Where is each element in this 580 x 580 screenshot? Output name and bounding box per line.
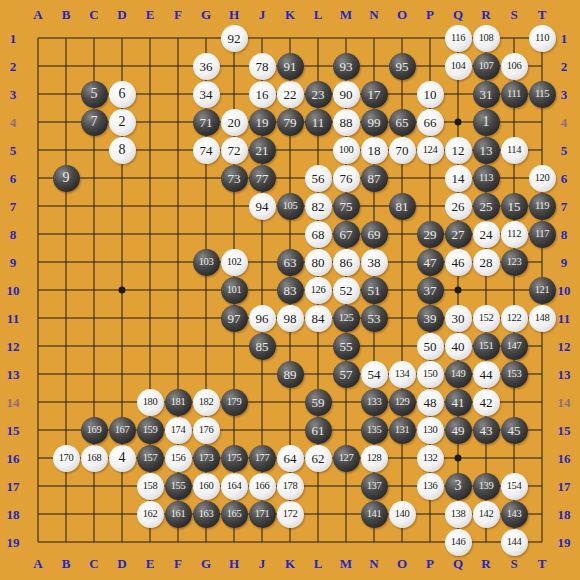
row-label-right: 1: [561, 32, 568, 45]
white-stone: 56: [305, 165, 332, 192]
white-stone: 90: [333, 81, 360, 108]
white-stone: 18: [361, 137, 388, 164]
column-label-bottom: R: [481, 557, 490, 570]
white-stone: 64: [277, 445, 304, 472]
black-stone: 125: [333, 305, 360, 332]
column-label-bottom: H: [229, 557, 239, 570]
white-stone: 12: [445, 137, 472, 164]
white-stone: 38: [361, 249, 388, 276]
row-label-right: 5: [561, 144, 568, 157]
black-stone: 179: [221, 389, 248, 416]
black-stone: 41: [445, 389, 472, 416]
column-label-top: E: [146, 8, 155, 21]
white-stone: 150: [417, 361, 444, 388]
column-label-bottom: P: [426, 557, 434, 570]
black-stone: 103: [193, 249, 220, 276]
black-stone: 15: [501, 193, 528, 220]
white-stone: 182: [193, 389, 220, 416]
black-stone: 77: [249, 165, 276, 192]
column-label-bottom: F: [174, 557, 182, 570]
black-stone: 51: [361, 277, 388, 304]
black-stone: 39: [417, 305, 444, 332]
white-stone: 114: [501, 137, 528, 164]
star-point: [455, 287, 462, 294]
black-stone: 165: [221, 501, 248, 528]
row-label-right: 6: [561, 172, 568, 185]
white-stone: 152: [473, 305, 500, 332]
white-stone: 46: [445, 249, 472, 276]
column-label-bottom: T: [538, 557, 547, 570]
column-label-top: F: [174, 8, 182, 21]
row-label-right: 2: [561, 60, 568, 73]
white-stone: 140: [389, 501, 416, 528]
column-label-bottom: K: [285, 557, 295, 570]
row-label-left: 10: [7, 284, 20, 297]
black-stone: 181: [165, 389, 192, 416]
go-board[interactable]: AABBCCDDEEFFGGHHJJKKLLMMNNOOPPQQRRSSTT11…: [0, 0, 580, 580]
white-stone: 54: [361, 361, 388, 388]
white-stone: 134: [389, 361, 416, 388]
white-stone: 74: [193, 137, 220, 164]
white-stone: 166: [249, 473, 276, 500]
white-stone: 86: [333, 249, 360, 276]
row-label-left: 6: [10, 172, 17, 185]
white-stone: 42: [473, 389, 500, 416]
white-stone: 176: [193, 417, 220, 444]
white-stone: 120: [529, 165, 556, 192]
black-stone: 161: [165, 501, 192, 528]
black-stone: 129: [389, 389, 416, 416]
black-stone: 79: [277, 109, 304, 136]
row-label-right: 17: [558, 480, 571, 493]
row-label-left: 8: [10, 228, 17, 241]
white-stone: 112: [501, 221, 528, 248]
black-stone: 45: [501, 417, 528, 444]
white-stone: 66: [417, 109, 444, 136]
column-label-bottom: B: [62, 557, 71, 570]
black-stone: 69: [361, 221, 388, 248]
row-label-left: 18: [7, 508, 20, 521]
column-label-bottom: E: [146, 557, 155, 570]
white-stone: 116: [445, 25, 472, 52]
black-stone: 157: [137, 445, 164, 472]
white-stone: 82: [305, 193, 332, 220]
column-label-bottom: D: [117, 557, 126, 570]
row-label-left: 4: [10, 116, 17, 129]
black-stone: 81: [389, 193, 416, 220]
black-stone: 87: [361, 165, 388, 192]
row-label-left: 16: [7, 452, 20, 465]
column-label-top: K: [285, 8, 295, 21]
row-label-left: 12: [7, 340, 20, 353]
white-stone: 24: [473, 221, 500, 248]
column-label-top: H: [229, 8, 239, 21]
column-label-bottom: N: [369, 557, 378, 570]
black-stone: 175: [221, 445, 248, 472]
column-label-bottom: O: [397, 557, 407, 570]
black-stone: 151: [473, 333, 500, 360]
white-stone: 68: [305, 221, 332, 248]
row-label-left: 11: [7, 312, 19, 325]
white-stone: 102: [221, 249, 248, 276]
black-stone: 119: [529, 193, 556, 220]
column-label-top: N: [369, 8, 378, 21]
black-stone: 59: [305, 389, 332, 416]
black-stone: 25: [473, 193, 500, 220]
black-stone: 1: [473, 109, 500, 136]
black-stone: 37: [417, 277, 444, 304]
white-stone: 128: [361, 445, 388, 472]
star-point: [455, 455, 462, 462]
column-label-top: A: [33, 8, 42, 21]
black-stone: 57: [333, 361, 360, 388]
white-stone: 108: [473, 25, 500, 52]
black-stone: 11: [305, 109, 332, 136]
white-stone: 124: [417, 137, 444, 164]
black-stone: 29: [417, 221, 444, 248]
white-stone: 72: [221, 137, 248, 164]
row-label-left: 14: [7, 396, 20, 409]
black-stone: 135: [361, 417, 388, 444]
row-label-right: 18: [558, 508, 571, 521]
column-label-top: R: [481, 8, 490, 21]
black-stone: 111: [501, 81, 528, 108]
white-stone: 162: [137, 501, 164, 528]
row-label-right: 10: [558, 284, 571, 297]
white-stone: 92: [221, 25, 248, 52]
white-stone: 136: [417, 473, 444, 500]
star-point: [119, 287, 126, 294]
white-stone: 130: [417, 417, 444, 444]
white-stone: 164: [221, 473, 248, 500]
black-stone: 167: [109, 417, 136, 444]
row-label-left: 2: [10, 60, 17, 73]
white-stone: 96: [249, 305, 276, 332]
white-stone: 122: [501, 305, 528, 332]
black-stone: 19: [249, 109, 276, 136]
white-stone: 154: [501, 473, 528, 500]
column-label-top: B: [62, 8, 71, 21]
white-stone: 6: [109, 81, 136, 108]
black-stone: 47: [417, 249, 444, 276]
row-label-right: 8: [561, 228, 568, 241]
black-stone: 31: [473, 81, 500, 108]
black-stone: 159: [137, 417, 164, 444]
black-stone: 139: [473, 473, 500, 500]
white-stone: 8: [109, 137, 136, 164]
black-stone: 99: [361, 109, 388, 136]
row-label-right: 14: [558, 396, 571, 409]
row-label-right: 12: [558, 340, 571, 353]
white-stone: 138: [445, 501, 472, 528]
black-stone: 13: [473, 137, 500, 164]
black-stone: 63: [277, 249, 304, 276]
white-stone: 156: [165, 445, 192, 472]
white-stone: 148: [529, 305, 556, 332]
column-label-top: J: [259, 8, 266, 21]
white-stone: 126: [305, 277, 332, 304]
white-stone: 78: [249, 53, 276, 80]
black-stone: 43: [473, 417, 500, 444]
black-stone: 163: [193, 501, 220, 528]
black-stone: 121: [529, 277, 556, 304]
black-stone: 143: [501, 501, 528, 528]
row-label-right: 15: [558, 424, 571, 437]
row-label-right: 4: [561, 116, 568, 129]
white-stone: 40: [445, 333, 472, 360]
row-label-right: 7: [561, 200, 568, 213]
black-stone: 71: [193, 109, 220, 136]
row-label-right: 16: [558, 452, 571, 465]
white-stone: 26: [445, 193, 472, 220]
white-stone: 100: [333, 137, 360, 164]
black-stone: 89: [277, 361, 304, 388]
white-stone: 36: [193, 53, 220, 80]
black-stone: 123: [501, 249, 528, 276]
white-stone: 16: [249, 81, 276, 108]
black-stone: 7: [81, 109, 108, 136]
white-stone: 30: [445, 305, 472, 332]
row-label-left: 1: [10, 32, 17, 45]
black-stone: 3: [445, 473, 472, 500]
white-stone: 168: [81, 445, 108, 472]
column-label-bottom: Q: [453, 557, 463, 570]
white-stone: 94: [249, 193, 276, 220]
row-label-right: 13: [558, 368, 571, 381]
white-stone: 104: [445, 53, 472, 80]
black-stone: 117: [529, 221, 556, 248]
white-stone: 48: [417, 389, 444, 416]
row-label-right: 3: [561, 88, 568, 101]
white-stone: 44: [473, 361, 500, 388]
black-stone: 9: [53, 165, 80, 192]
white-stone: 84: [305, 305, 332, 332]
white-stone: 20: [221, 109, 248, 136]
white-stone: 34: [193, 81, 220, 108]
white-stone: 98: [277, 305, 304, 332]
black-stone: 149: [445, 361, 472, 388]
white-stone: 70: [389, 137, 416, 164]
black-stone: 97: [221, 305, 248, 332]
column-label-bottom: J: [259, 557, 266, 570]
black-stone: 155: [165, 473, 192, 500]
star-point: [455, 119, 462, 126]
black-stone: 171: [249, 501, 276, 528]
column-label-top: T: [538, 8, 547, 21]
white-stone: 178: [277, 473, 304, 500]
column-label-bottom: S: [510, 557, 517, 570]
white-stone: 144: [501, 529, 528, 556]
column-label-top: Q: [453, 8, 463, 21]
row-label-right: 9: [561, 256, 568, 269]
black-stone: 5: [81, 81, 108, 108]
column-label-top: M: [340, 8, 352, 21]
black-stone: 127: [333, 445, 360, 472]
white-stone: 172: [277, 501, 304, 528]
black-stone: 93: [333, 53, 360, 80]
column-label-bottom: A: [33, 557, 42, 570]
white-stone: 76: [333, 165, 360, 192]
black-stone: 115: [529, 81, 556, 108]
white-stone: 158: [137, 473, 164, 500]
row-label-left: 13: [7, 368, 20, 381]
black-stone: 177: [249, 445, 276, 472]
column-label-top: L: [314, 8, 323, 21]
white-stone: 28: [473, 249, 500, 276]
row-label-left: 7: [10, 200, 17, 213]
column-label-top: D: [117, 8, 126, 21]
white-stone: 50: [417, 333, 444, 360]
row-label-left: 9: [10, 256, 17, 269]
column-label-top: P: [426, 8, 434, 21]
black-stone: 49: [445, 417, 472, 444]
black-stone: 17: [361, 81, 388, 108]
black-stone: 131: [389, 417, 416, 444]
white-stone: 10: [417, 81, 444, 108]
black-stone: 53: [361, 305, 388, 332]
column-label-bottom: M: [340, 557, 352, 570]
white-stone: 146: [445, 529, 472, 556]
column-label-top: O: [397, 8, 407, 21]
black-stone: 67: [333, 221, 360, 248]
white-stone: 88: [333, 109, 360, 136]
black-stone: 75: [333, 193, 360, 220]
black-stone: 23: [305, 81, 332, 108]
black-stone: 107: [473, 53, 500, 80]
black-stone: 85: [249, 333, 276, 360]
white-stone: 4: [109, 445, 136, 472]
black-stone: 65: [389, 109, 416, 136]
row-label-right: 11: [558, 312, 570, 325]
white-stone: 14: [445, 165, 472, 192]
black-stone: 95: [389, 53, 416, 80]
black-stone: 105: [277, 193, 304, 220]
column-label-top: C: [89, 8, 98, 21]
black-stone: 173: [193, 445, 220, 472]
column-label-bottom: G: [201, 557, 211, 570]
white-stone: 180: [137, 389, 164, 416]
black-stone: 113: [473, 165, 500, 192]
row-label-right: 19: [558, 536, 571, 549]
black-stone: 21: [249, 137, 276, 164]
black-stone: 133: [361, 389, 388, 416]
black-stone: 153: [501, 361, 528, 388]
black-stone: 27: [445, 221, 472, 248]
white-stone: 106: [501, 53, 528, 80]
row-label-left: 15: [7, 424, 20, 437]
black-stone: 147: [501, 333, 528, 360]
white-stone: 80: [305, 249, 332, 276]
black-stone: 169: [81, 417, 108, 444]
white-stone: 110: [529, 25, 556, 52]
column-label-bottom: C: [89, 557, 98, 570]
row-label-left: 19: [7, 536, 20, 549]
white-stone: 170: [53, 445, 80, 472]
column-label-top: S: [510, 8, 517, 21]
column-label-bottom: L: [314, 557, 323, 570]
black-stone: 137: [361, 473, 388, 500]
white-stone: 2: [109, 109, 136, 136]
white-stone: 142: [473, 501, 500, 528]
white-stone: 174: [165, 417, 192, 444]
white-stone: 160: [193, 473, 220, 500]
black-stone: 141: [361, 501, 388, 528]
black-stone: 73: [221, 165, 248, 192]
row-label-left: 17: [7, 480, 20, 493]
white-stone: 132: [417, 445, 444, 472]
white-stone: 62: [305, 445, 332, 472]
black-stone: 101: [221, 277, 248, 304]
row-label-left: 5: [10, 144, 17, 157]
white-stone: 22: [277, 81, 304, 108]
black-stone: 55: [333, 333, 360, 360]
black-stone: 83: [277, 277, 304, 304]
black-stone: 91: [277, 53, 304, 80]
row-label-left: 3: [10, 88, 17, 101]
column-label-top: G: [201, 8, 211, 21]
black-stone: 61: [305, 417, 332, 444]
white-stone: 52: [333, 277, 360, 304]
